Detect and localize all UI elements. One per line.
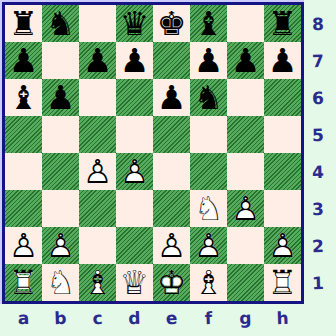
- square-g4[interactable]: [227, 153, 264, 190]
- piece-black-bishop[interactable]: ♝: [5, 79, 42, 116]
- piece-glyph-outline: ♟: [5, 42, 42, 79]
- square-a1[interactable]: ♜♖: [5, 264, 42, 301]
- square-e1[interactable]: ♚♔: [153, 264, 190, 301]
- square-f3[interactable]: ♞♘: [190, 190, 227, 227]
- piece-glyph-outline: ♖: [264, 264, 301, 301]
- piece-black-pawn[interactable]: ♟: [153, 79, 190, 116]
- square-g1[interactable]: [227, 264, 264, 301]
- piece-black-knight[interactable]: ♞: [190, 79, 227, 116]
- square-e2[interactable]: ♟♙: [153, 227, 190, 264]
- square-h6[interactable]: [264, 79, 301, 116]
- piece-white-bishop[interactable]: ♝♗: [190, 264, 227, 301]
- piece-black-pawn[interactable]: ♟: [190, 42, 227, 79]
- piece-black-pawn[interactable]: ♟: [227, 42, 264, 79]
- piece-glyph-outline: ♙: [190, 227, 227, 264]
- rank-label-2: 2: [303, 227, 332, 265]
- piece-glyph-outline: ♗: [190, 264, 227, 301]
- piece-glyph-outline: ♜: [5, 5, 42, 42]
- square-g3[interactable]: ♟♙: [227, 190, 264, 227]
- piece-black-knight[interactable]: ♞: [42, 5, 79, 42]
- piece-white-king[interactable]: ♚♔: [153, 264, 190, 301]
- piece-glyph-outline: ♕: [116, 264, 153, 301]
- piece-glyph-outline: ♝: [5, 79, 42, 116]
- square-h3[interactable]: [264, 190, 301, 227]
- rank-label-5: 5: [303, 116, 332, 154]
- square-c8[interactable]: [79, 5, 116, 42]
- square-d6[interactable]: [116, 79, 153, 116]
- piece-glyph-outline: ♙: [116, 153, 153, 190]
- file-label-e: e: [152, 302, 190, 333]
- square-f8[interactable]: ♝: [190, 5, 227, 42]
- page-background: ♜♞♛♚♝♜♟♟♟♟♟♟♝♟♟♞♟♙♟♙♞♘♟♙♟♙♟♙♟♙♟♙♟♙♜♖♞♘♝♗…: [0, 0, 336, 336]
- rank-label-6: 6: [303, 79, 332, 117]
- square-a5[interactable]: [5, 116, 42, 153]
- piece-glyph-outline: ♔: [153, 264, 190, 301]
- piece-white-knight[interactable]: ♞♘: [190, 190, 227, 227]
- square-b8[interactable]: ♞: [42, 5, 79, 42]
- square-d7[interactable]: ♟: [116, 42, 153, 79]
- piece-white-pawn[interactable]: ♟♙: [116, 153, 153, 190]
- piece-white-rook[interactable]: ♜♖: [264, 264, 301, 301]
- square-f1[interactable]: ♝♗: [190, 264, 227, 301]
- piece-black-rook[interactable]: ♜: [264, 5, 301, 42]
- piece-black-pawn[interactable]: ♟: [79, 42, 116, 79]
- square-c7[interactable]: ♟: [79, 42, 116, 79]
- piece-white-rook[interactable]: ♜♖: [5, 264, 42, 301]
- piece-glyph-outline: ♟: [264, 42, 301, 79]
- square-f7[interactable]: ♟: [190, 42, 227, 79]
- rank-labels: 8 7 6 5 4 3 2 1: [304, 5, 332, 301]
- piece-black-queen[interactable]: ♛: [116, 5, 153, 42]
- square-h5[interactable]: [264, 116, 301, 153]
- piece-glyph-outline: ♙: [264, 227, 301, 264]
- square-g7[interactable]: ♟: [227, 42, 264, 79]
- piece-glyph-outline: ♟: [153, 79, 190, 116]
- square-d1[interactable]: ♛♕: [116, 264, 153, 301]
- square-e3[interactable]: [153, 190, 190, 227]
- piece-glyph-outline: ♙: [227, 190, 264, 227]
- board-frame: ♜♞♛♚♝♜♟♟♟♟♟♟♝♟♟♞♟♙♟♙♞♘♟♙♟♙♟♙♟♙♟♙♟♙♜♖♞♘♝♗…: [2, 2, 304, 304]
- square-f4[interactable]: [190, 153, 227, 190]
- square-d4[interactable]: ♟♙: [116, 153, 153, 190]
- file-label-d: d: [115, 302, 153, 333]
- chess-board: ♜♞♛♚♝♜♟♟♟♟♟♟♝♟♟♞♟♙♟♙♞♘♟♙♟♙♟♙♟♙♟♙♟♙♜♖♞♘♝♗…: [5, 5, 301, 301]
- square-a6[interactable]: ♝: [5, 79, 42, 116]
- piece-white-knight[interactable]: ♞♘: [42, 264, 79, 301]
- piece-glyph-outline: ♙: [153, 227, 190, 264]
- piece-glyph-outline: ♟: [116, 42, 153, 79]
- square-c3[interactable]: [79, 190, 116, 227]
- piece-glyph-outline: ♛: [116, 5, 153, 42]
- piece-white-pawn[interactable]: ♟♙: [264, 227, 301, 264]
- piece-black-pawn[interactable]: ♟: [116, 42, 153, 79]
- file-label-b: b: [41, 302, 79, 333]
- piece-glyph-outline: ♝: [190, 5, 227, 42]
- rank-label-3: 3: [303, 190, 332, 228]
- rank-label-1: 1: [303, 264, 332, 302]
- square-h2[interactable]: ♟♙: [264, 227, 301, 264]
- square-a8[interactable]: ♜: [5, 5, 42, 42]
- square-d3[interactable]: [116, 190, 153, 227]
- square-c4[interactable]: ♟♙: [79, 153, 116, 190]
- file-label-f: f: [189, 302, 227, 333]
- square-d5[interactable]: [116, 116, 153, 153]
- piece-white-bishop[interactable]: ♝♗: [79, 264, 116, 301]
- piece-glyph-outline: ♟: [42, 79, 79, 116]
- square-h7[interactable]: ♟: [264, 42, 301, 79]
- square-f2[interactable]: ♟♙: [190, 227, 227, 264]
- square-e4[interactable]: [153, 153, 190, 190]
- square-g5[interactable]: [227, 116, 264, 153]
- square-c6[interactable]: [79, 79, 116, 116]
- square-c5[interactable]: [79, 116, 116, 153]
- piece-glyph-outline: ♘: [190, 190, 227, 227]
- square-h1[interactable]: ♜♖: [264, 264, 301, 301]
- square-a3[interactable]: [5, 190, 42, 227]
- file-label-a: a: [4, 302, 42, 333]
- rank-label-7: 7: [303, 42, 332, 80]
- piece-glyph-outline: ♗: [79, 264, 116, 301]
- piece-glyph-outline: ♚: [153, 5, 190, 42]
- piece-glyph-outline: ♖: [5, 264, 42, 301]
- piece-glyph-outline: ♘: [42, 264, 79, 301]
- square-b5[interactable]: [42, 116, 79, 153]
- square-e5[interactable]: [153, 116, 190, 153]
- square-b2[interactable]: ♟♙: [42, 227, 79, 264]
- square-a7[interactable]: ♟: [5, 42, 42, 79]
- piece-glyph-outline: ♟: [190, 42, 227, 79]
- piece-white-pawn[interactable]: ♟♙: [5, 227, 42, 264]
- piece-glyph-outline: ♜: [264, 5, 301, 42]
- piece-glyph-outline: ♟: [79, 42, 116, 79]
- piece-white-pawn[interactable]: ♟♙: [153, 227, 190, 264]
- piece-black-pawn[interactable]: ♟: [264, 42, 301, 79]
- square-h8[interactable]: ♜: [264, 5, 301, 42]
- square-a4[interactable]: [5, 153, 42, 190]
- rank-label-4: 4: [303, 153, 332, 191]
- file-labels: a b c d e f g h: [5, 303, 301, 333]
- piece-glyph-outline: ♞: [42, 5, 79, 42]
- piece-black-pawn[interactable]: ♟: [5, 42, 42, 79]
- piece-black-bishop[interactable]: ♝: [190, 5, 227, 42]
- square-f6[interactable]: ♞: [190, 79, 227, 116]
- square-c1[interactable]: ♝♗: [79, 264, 116, 301]
- piece-glyph-outline: ♞: [190, 79, 227, 116]
- square-e7[interactable]: [153, 42, 190, 79]
- piece-glyph-outline: ♙: [79, 153, 116, 190]
- square-h4[interactable]: [264, 153, 301, 190]
- square-d2[interactable]: [116, 227, 153, 264]
- square-g6[interactable]: [227, 79, 264, 116]
- piece-black-king[interactable]: ♚: [153, 5, 190, 42]
- square-g2[interactable]: [227, 227, 264, 264]
- square-b7[interactable]: [42, 42, 79, 79]
- piece-glyph-outline: ♙: [42, 227, 79, 264]
- square-c2[interactable]: [79, 227, 116, 264]
- piece-glyph-outline: ♟: [227, 42, 264, 79]
- square-f5[interactable]: [190, 116, 227, 153]
- piece-black-pawn[interactable]: ♟: [42, 79, 79, 116]
- square-e6[interactable]: ♟: [153, 79, 190, 116]
- piece-white-pawn[interactable]: ♟♙: [227, 190, 264, 227]
- square-g8[interactable]: [227, 5, 264, 42]
- file-label-c: c: [78, 302, 116, 333]
- square-b6[interactable]: ♟: [42, 79, 79, 116]
- board-outer-margin: ♜♞♛♚♝♜♟♟♟♟♟♟♝♟♟♞♟♙♟♙♞♘♟♙♟♙♟♙♟♙♟♙♟♙♜♖♞♘♝♗…: [0, 0, 304, 304]
- square-e8[interactable]: ♚: [153, 5, 190, 42]
- piece-glyph-outline: ♙: [5, 227, 42, 264]
- piece-white-pawn[interactable]: ♟♙: [190, 227, 227, 264]
- square-b3[interactable]: [42, 190, 79, 227]
- rank-label-8: 8: [303, 5, 332, 43]
- square-b4[interactable]: [42, 153, 79, 190]
- piece-black-rook[interactable]: ♜: [5, 5, 42, 42]
- piece-white-queen[interactable]: ♛♕: [116, 264, 153, 301]
- file-label-g: g: [226, 302, 264, 333]
- square-b1[interactable]: ♞♘: [42, 264, 79, 301]
- square-a2[interactable]: ♟♙: [5, 227, 42, 264]
- piece-white-pawn[interactable]: ♟♙: [42, 227, 79, 264]
- file-label-h: h: [263, 302, 301, 333]
- square-d8[interactable]: ♛: [116, 5, 153, 42]
- piece-white-pawn[interactable]: ♟♙: [79, 153, 116, 190]
